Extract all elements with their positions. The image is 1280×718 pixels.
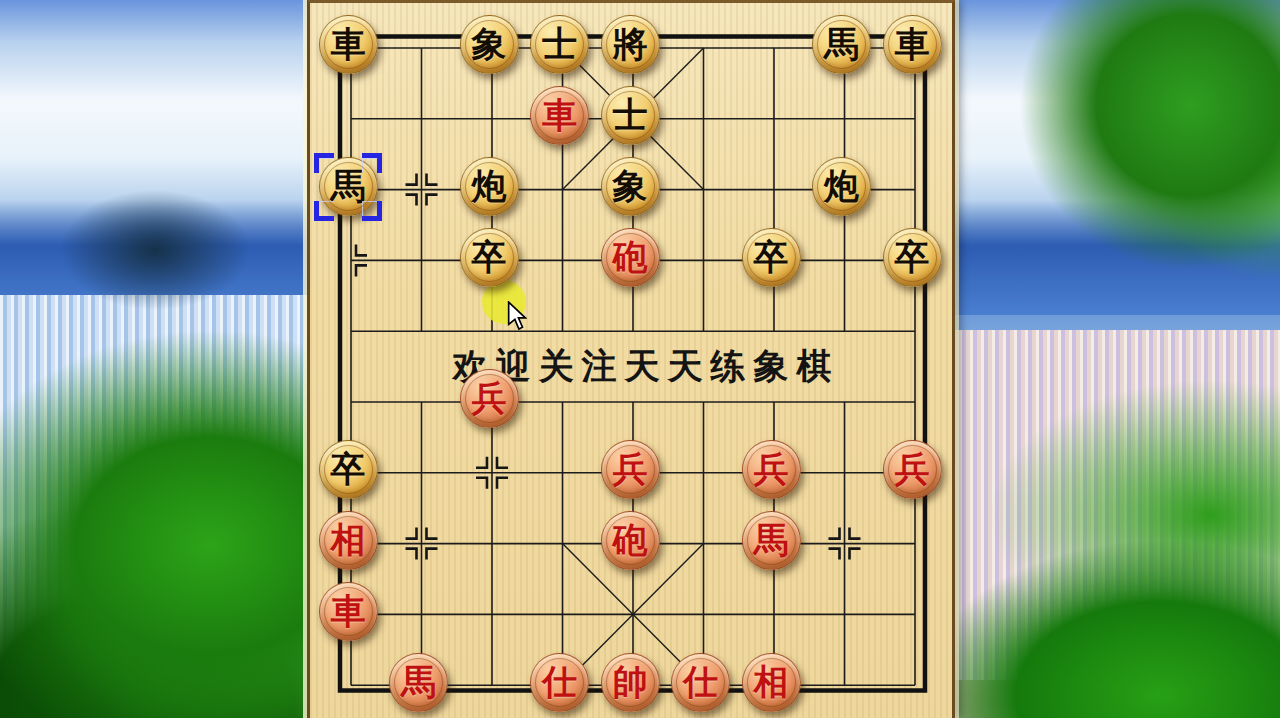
piece-red-advisor[interactable]: 仕 <box>671 653 730 712</box>
xiangqi-board[interactable]: 欢迎关注天天练象棋 車象士將馬車車士馬炮象炮卒砲卒卒兵卒兵兵兵相砲馬車馬仕帥仕相 <box>307 0 955 718</box>
piece-black-horse[interactable]: 馬 <box>812 15 871 74</box>
piece-character: 砲 <box>613 229 648 286</box>
piece-red-cannon[interactable]: 砲 <box>601 228 660 287</box>
piece-character: 馬 <box>401 654 436 711</box>
piece-character: 相 <box>754 654 789 711</box>
piece-black-horse[interactable]: 馬 <box>319 157 378 216</box>
piece-character: 炮 <box>824 158 859 215</box>
piece-character: 砲 <box>613 512 648 569</box>
piece-character: 卒 <box>331 441 366 498</box>
piece-character: 卒 <box>472 229 507 286</box>
piece-character: 仕 <box>683 654 718 711</box>
piece-black-elephant[interactable]: 象 <box>460 15 519 74</box>
piece-black-general[interactable]: 將 <box>601 15 660 74</box>
piece-character: 兵 <box>895 441 930 498</box>
piece-black-elephant[interactable]: 象 <box>601 157 660 216</box>
piece-red-soldier[interactable]: 兵 <box>883 440 942 499</box>
piece-red-horse[interactable]: 馬 <box>742 511 801 570</box>
piece-character: 兵 <box>472 370 507 427</box>
piece-red-elephant[interactable]: 相 <box>319 511 378 570</box>
piece-red-chariot[interactable]: 車 <box>530 86 589 145</box>
piece-black-advisor[interactable]: 士 <box>601 86 660 145</box>
selection-marker <box>314 153 382 221</box>
piece-black-chariot[interactable]: 車 <box>319 15 378 74</box>
piece-character: 象 <box>613 158 648 215</box>
piece-character: 馬 <box>754 512 789 569</box>
piece-black-advisor[interactable]: 士 <box>530 15 589 74</box>
piece-red-general[interactable]: 帥 <box>601 653 660 712</box>
piece-black-soldier[interactable]: 卒 <box>742 228 801 287</box>
piece-black-soldier[interactable]: 卒 <box>460 228 519 287</box>
piece-black-chariot[interactable]: 車 <box>883 15 942 74</box>
piece-character: 炮 <box>472 158 507 215</box>
piece-red-chariot[interactable]: 車 <box>319 582 378 641</box>
piece-character: 帥 <box>613 654 648 711</box>
piece-layer: 車象士將馬車車士馬炮象炮卒砲卒卒兵卒兵兵兵相砲馬車馬仕帥仕相 <box>313 10 948 718</box>
piece-character: 將 <box>613 16 648 73</box>
piece-red-cannon[interactable]: 砲 <box>601 511 660 570</box>
piece-red-horse[interactable]: 馬 <box>389 653 448 712</box>
piece-character: 馬 <box>331 158 366 215</box>
piece-red-soldier[interactable]: 兵 <box>742 440 801 499</box>
mouse-cursor <box>507 301 527 331</box>
piece-red-advisor[interactable]: 仕 <box>530 653 589 712</box>
piece-character: 兵 <box>613 441 648 498</box>
piece-black-cannon[interactable]: 炮 <box>460 157 519 216</box>
piece-red-soldier[interactable]: 兵 <box>601 440 660 499</box>
piece-red-soldier[interactable]: 兵 <box>460 369 519 428</box>
piece-character: 車 <box>331 583 366 640</box>
piece-black-soldier[interactable]: 卒 <box>883 228 942 287</box>
piece-character: 士 <box>613 87 648 144</box>
piece-character: 卒 <box>895 229 930 286</box>
screenshot-root: 欢迎关注天天练象棋 車象士將馬車車士馬炮象炮卒砲卒卒兵卒兵兵兵相砲馬車馬仕帥仕相 <box>0 0 1280 718</box>
piece-character: 象 <box>472 16 507 73</box>
piece-character: 車 <box>542 87 577 144</box>
piece-character: 馬 <box>824 16 859 73</box>
piece-character: 士 <box>542 16 577 73</box>
piece-character: 卒 <box>754 229 789 286</box>
piece-character: 車 <box>895 16 930 73</box>
piece-black-cannon[interactable]: 炮 <box>812 157 871 216</box>
piece-character: 仕 <box>542 654 577 711</box>
piece-red-elephant[interactable]: 相 <box>742 653 801 712</box>
piece-character: 相 <box>331 512 366 569</box>
piece-character: 兵 <box>754 441 789 498</box>
piece-black-soldier[interactable]: 卒 <box>319 440 378 499</box>
piece-character: 車 <box>331 16 366 73</box>
